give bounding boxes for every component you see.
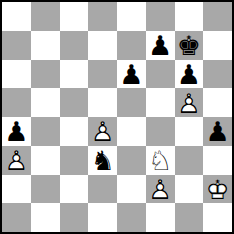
chess-board: ♟♚♟♟♟♙♟♟♙♟♟♙♞♞♘♟♙♚♔ [2, 2, 232, 232]
square-g7[interactable]: ♚ [175, 31, 204, 60]
piece-black-pawn: ♟ [206, 118, 230, 145]
square-d7[interactable] [88, 31, 117, 60]
square-a7[interactable] [2, 31, 31, 60]
square-e6[interactable]: ♟ [117, 60, 146, 89]
square-d2[interactable] [88, 175, 117, 204]
square-f4[interactable] [146, 117, 175, 146]
square-g5[interactable]: ♟♙ [175, 88, 204, 117]
square-f2[interactable]: ♟♙ [146, 175, 175, 204]
square-f5[interactable] [146, 88, 175, 117]
square-a8[interactable] [2, 2, 31, 31]
square-c3[interactable] [60, 146, 89, 175]
square-f6[interactable] [146, 60, 175, 89]
chess-board-frame: ♟♚♟♟♟♙♟♟♙♟♟♙♞♞♘♟♙♚♔ [0, 0, 234, 234]
square-h1[interactable] [203, 203, 232, 232]
piece-white-pawn-outline: ♙ [91, 118, 115, 145]
square-d1[interactable] [88, 203, 117, 232]
square-c6[interactable] [60, 60, 89, 89]
square-e1[interactable] [117, 203, 146, 232]
piece-black-pawn: ♟ [177, 60, 201, 87]
square-e3[interactable] [117, 146, 146, 175]
square-c2[interactable] [60, 175, 89, 204]
piece-white-pawn-outline: ♙ [177, 89, 201, 116]
piece-black-pawn: ♟ [119, 60, 143, 87]
square-e7[interactable] [117, 31, 146, 60]
square-e2[interactable] [117, 175, 146, 204]
square-g3[interactable] [175, 146, 204, 175]
square-d5[interactable] [88, 88, 117, 117]
square-d4[interactable]: ♟♙ [88, 117, 117, 146]
square-e8[interactable] [117, 2, 146, 31]
square-h3[interactable] [203, 146, 232, 175]
square-g1[interactable] [175, 203, 204, 232]
square-b2[interactable] [31, 175, 60, 204]
square-d8[interactable] [88, 2, 117, 31]
square-h2[interactable]: ♚♔ [203, 175, 232, 204]
piece-white-king-outline: ♔ [206, 175, 230, 202]
square-g8[interactable] [175, 2, 204, 31]
square-b5[interactable] [31, 88, 60, 117]
square-a6[interactable] [2, 60, 31, 89]
square-c8[interactable] [60, 2, 89, 31]
square-d6[interactable] [88, 60, 117, 89]
square-c1[interactable] [60, 203, 89, 232]
square-a4[interactable]: ♟ [2, 117, 31, 146]
square-f1[interactable] [146, 203, 175, 232]
square-b4[interactable] [31, 117, 60, 146]
square-f7[interactable]: ♟ [146, 31, 175, 60]
piece-white-pawn-outline: ♙ [4, 147, 28, 174]
square-b3[interactable] [31, 146, 60, 175]
square-h8[interactable] [203, 2, 232, 31]
square-f3[interactable]: ♞♘ [146, 146, 175, 175]
square-b8[interactable] [31, 2, 60, 31]
square-a3[interactable]: ♟♙ [2, 146, 31, 175]
piece-black-pawn: ♟ [148, 32, 172, 59]
square-e5[interactable] [117, 88, 146, 117]
square-a5[interactable] [2, 88, 31, 117]
square-h4[interactable]: ♟ [203, 117, 232, 146]
square-f8[interactable] [146, 2, 175, 31]
square-g2[interactable] [175, 175, 204, 204]
square-h5[interactable] [203, 88, 232, 117]
piece-black-knight: ♞ [91, 147, 115, 174]
piece-black-pawn: ♟ [4, 118, 28, 145]
square-g4[interactable] [175, 117, 204, 146]
square-e4[interactable] [117, 117, 146, 146]
piece-white-pawn-outline: ♙ [148, 175, 172, 202]
square-c5[interactable] [60, 88, 89, 117]
square-h6[interactable] [203, 60, 232, 89]
square-c4[interactable] [60, 117, 89, 146]
square-a2[interactable] [2, 175, 31, 204]
square-d3[interactable]: ♞ [88, 146, 117, 175]
square-h7[interactable] [203, 31, 232, 60]
piece-white-knight-outline: ♘ [148, 147, 172, 174]
square-g6[interactable]: ♟ [175, 60, 204, 89]
piece-black-king: ♚ [177, 32, 201, 59]
square-c7[interactable] [60, 31, 89, 60]
square-b6[interactable] [31, 60, 60, 89]
square-a1[interactable] [2, 203, 31, 232]
square-b7[interactable] [31, 31, 60, 60]
square-b1[interactable] [31, 203, 60, 232]
